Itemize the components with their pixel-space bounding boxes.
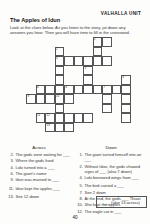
grid-cell[interactable]	[121, 85, 131, 95]
clue-item: 4.Loki turned into a ___	[7, 165, 71, 170]
grid-cell[interactable]	[64, 56, 74, 66]
clue-text: The eagle sat in ___	[85, 209, 147, 214]
grid-cell[interactable]	[74, 113, 84, 123]
answer-note-box[interactable]: ___ (also 13 across)	[96, 196, 147, 208]
clue-item: 3.Where the gods lived	[7, 158, 71, 163]
grid-cell[interactable]	[93, 47, 103, 57]
grid-cell[interactable]	[45, 85, 55, 95]
cell-number: 5	[85, 67, 87, 70]
cell-number: 1	[56, 48, 58, 51]
grid-cell[interactable]	[112, 85, 122, 95]
clue-item: 13.See 12 down	[7, 194, 71, 199]
grid-cell[interactable]	[83, 75, 93, 85]
clue-text: See 2 down	[85, 190, 147, 195]
clue-text: The giant turned himself into an ___	[85, 152, 147, 162]
clue-item: 6.The giant's name	[7, 171, 71, 176]
grid-cell[interactable]: 6	[64, 85, 74, 95]
grid-cell[interactable]	[45, 94, 55, 104]
grid-cell[interactable]	[102, 104, 112, 114]
clue-number: 8.	[76, 196, 85, 201]
grid-cell[interactable]	[83, 113, 93, 123]
clue-item: 9.Idun was married to ___	[7, 177, 71, 182]
clue-item: 7.See 2 down	[76, 190, 146, 195]
clue-number: 12.	[76, 209, 85, 214]
down-heading: Down	[76, 145, 146, 150]
grid-cell[interactable]	[83, 56, 93, 66]
cell-number: 2	[94, 38, 96, 41]
clue-number: 13.	[7, 194, 16, 199]
grid-cell[interactable]	[55, 75, 65, 85]
grid-cell[interactable]: 7	[102, 85, 112, 95]
clue-number: 2.	[7, 152, 16, 157]
clue-number: 4.	[76, 175, 85, 180]
clue-text: Where the gods lived	[16, 158, 72, 163]
clue-number: 4.	[7, 165, 16, 170]
clue-item: 11.Idun kept the apples ___	[7, 186, 71, 191]
cell-number: 4	[37, 86, 39, 89]
grid-cell[interactable]: 10	[55, 94, 65, 104]
cell-number: 9	[28, 95, 30, 98]
clue-item: 5.The bird carried a ___	[76, 183, 146, 188]
grid-cell[interactable]: 4	[36, 85, 46, 95]
cell-number: 10	[56, 95, 59, 98]
clue-item: 12.The eagle sat in ___	[76, 209, 146, 214]
grid-cell[interactable]	[55, 85, 65, 95]
grid-cell[interactable]: 8	[121, 75, 131, 85]
clue-number: 2.	[76, 164, 85, 174]
across-clue-list: 2.The gods were waiting for ___3.Where t…	[7, 152, 71, 199]
grid-cell[interactable]	[55, 104, 65, 114]
clue-number: 11.	[7, 186, 16, 191]
grid-cell[interactable]: 9	[26, 94, 36, 104]
clue-text: The gods were waiting for ___	[16, 152, 72, 157]
clue-text: Idun was married to ___	[16, 177, 72, 182]
grid-cell[interactable]	[83, 85, 93, 95]
grid-cell[interactable]	[55, 66, 65, 76]
grid-cell[interactable]	[93, 85, 103, 95]
clue-number: 10.	[76, 202, 85, 207]
clue-number: 5.	[76, 183, 85, 188]
clue-text: The giant's name	[16, 171, 72, 176]
grid-cell[interactable]: 13	[45, 123, 55, 133]
grid-cell[interactable]	[36, 94, 46, 104]
grid-cell[interactable]	[74, 56, 84, 66]
clue-number: 6.	[7, 171, 16, 176]
grid-cell[interactable]	[121, 94, 131, 104]
grid-cell[interactable]: 11	[36, 113, 46, 123]
clue-item: 1.The giant turned himself into an ___	[76, 152, 146, 162]
cell-number: 13	[47, 124, 50, 127]
clue-number: 9.	[7, 177, 16, 182]
clue-text: See 12 down	[16, 194, 72, 199]
across-clues-column: Across 2.The gods were waiting for ___3.…	[7, 145, 71, 200]
unit-header: VALHALLA UNIT	[101, 11, 141, 16]
grid-cell[interactable]: 3	[55, 56, 65, 66]
worksheet-page: VALHALLA UNIT The Apples of Idun Look at…	[0, 0, 150, 224]
clue-text: Loki borrowed wings from ___	[85, 175, 147, 180]
grid-cell[interactable]	[102, 94, 112, 104]
grid-cell[interactable]	[121, 113, 131, 123]
clue-number: 3.	[7, 158, 16, 163]
crossword-grid[interactable]: 21358467910111213	[26, 37, 132, 133]
grid-cell[interactable]	[55, 113, 65, 123]
grid-cell[interactable]: 1	[55, 47, 65, 57]
grid-cell[interactable]	[74, 85, 84, 95]
page-number: 40	[0, 215, 150, 220]
grid-cell[interactable]	[102, 37, 112, 47]
clue-number: 1.	[76, 152, 85, 162]
cell-number: 3	[56, 57, 58, 60]
clue-text: The bird carried a ___	[85, 183, 147, 188]
grid-cell[interactable]	[55, 123, 65, 133]
grid-cell[interactable]: 5	[83, 66, 93, 76]
grid-cell[interactable]	[102, 56, 112, 66]
across-heading: Across	[7, 145, 71, 150]
clue-item: 4.Loki borrowed wings from ___	[76, 175, 146, 180]
cell-number: 11	[37, 114, 40, 117]
instructions-text: Look at the clues below. As you listen t…	[10, 25, 141, 36]
grid-cell[interactable]	[121, 104, 131, 114]
cell-number: 8	[123, 76, 125, 79]
grid-cell[interactable]	[93, 56, 103, 66]
grid-cell[interactable]: 12	[45, 113, 55, 123]
grid-cell[interactable]: 2	[93, 37, 103, 47]
clue-item: 2.The gods were waiting for ___	[7, 152, 71, 157]
cell-number: 6	[66, 86, 68, 89]
page-title: The Apples of Idun	[10, 17, 60, 23]
clue-number: 7.	[76, 190, 85, 195]
clue-text: Idun kept the apples ___	[16, 186, 72, 191]
grid-cell[interactable]	[64, 123, 74, 133]
clue-text: Without Idun, the gods showed signs of _…	[85, 164, 147, 174]
clue-item: 2.Without Idun, the gods showed signs of…	[76, 164, 146, 174]
cell-number: 7	[104, 86, 106, 89]
cell-number: 12	[47, 114, 50, 117]
clue-text: Loki turned into a ___	[16, 165, 72, 170]
grid-cell[interactable]	[64, 113, 74, 123]
grid-cell[interactable]	[64, 94, 74, 104]
